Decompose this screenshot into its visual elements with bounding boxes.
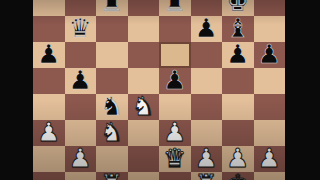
- square-d8[interactable]: [128, 0, 160, 16]
- piece-black-pawn[interactable]: ♟: [195, 15, 218, 41]
- square-a3[interactable]: ♟: [33, 120, 65, 146]
- square-g1[interactable]: ♚: [222, 172, 254, 180]
- square-a6[interactable]: ♟: [33, 42, 65, 68]
- piece-black-queen[interactable]: ♛: [69, 15, 92, 41]
- square-b1[interactable]: [65, 172, 97, 180]
- square-d3[interactable]: [128, 120, 160, 146]
- square-f1[interactable]: ♜: [191, 172, 223, 180]
- square-a1[interactable]: [33, 172, 65, 180]
- piece-black-pawn[interactable]: ♟: [226, 41, 249, 67]
- square-c8[interactable]: ♜: [96, 0, 128, 16]
- square-d6[interactable]: [128, 42, 160, 68]
- square-d7[interactable]: [128, 16, 160, 42]
- piece-black-knight[interactable]: ♞: [100, 93, 123, 119]
- square-e1[interactable]: [159, 172, 191, 180]
- square-b4[interactable]: [65, 94, 97, 120]
- square-f4[interactable]: [191, 94, 223, 120]
- square-b2[interactable]: ♟: [65, 146, 97, 172]
- piece-white-knight[interactable]: ♞: [100, 119, 123, 145]
- square-b7[interactable]: ♛: [65, 16, 97, 42]
- piece-white-queen[interactable]: ♛: [163, 145, 186, 171]
- piece-black-pawn[interactable]: ♟: [258, 41, 281, 67]
- piece-white-pawn[interactable]: ♟: [226, 145, 249, 171]
- square-e5[interactable]: ♟: [159, 68, 191, 94]
- piece-black-rook[interactable]: ♜: [163, 0, 186, 15]
- square-h6[interactable]: ♟: [254, 42, 286, 68]
- piece-white-pawn[interactable]: ♟: [195, 145, 218, 171]
- piece-white-rook[interactable]: ♜: [100, 171, 123, 180]
- piece-black-rook[interactable]: ♜: [100, 0, 123, 15]
- square-g4[interactable]: [222, 94, 254, 120]
- square-d4[interactable]: ♞: [128, 94, 160, 120]
- square-c3[interactable]: ♞: [96, 120, 128, 146]
- piece-white-pawn[interactable]: ♟: [258, 145, 281, 171]
- square-a2[interactable]: [33, 146, 65, 172]
- square-g6[interactable]: ♟: [222, 42, 254, 68]
- square-e8[interactable]: ♜: [159, 0, 191, 16]
- square-h4[interactable]: [254, 94, 286, 120]
- letterbox-left: [0, 0, 33, 180]
- square-g5[interactable]: [222, 68, 254, 94]
- square-c1[interactable]: ♜: [96, 172, 128, 180]
- square-h8[interactable]: [254, 0, 286, 16]
- square-d2[interactable]: [128, 146, 160, 172]
- square-f6[interactable]: [191, 42, 223, 68]
- square-d1[interactable]: [128, 172, 160, 180]
- square-f5[interactable]: [191, 68, 223, 94]
- piece-black-bishop[interactable]: ♝: [226, 15, 249, 41]
- letterbox-right: [285, 0, 320, 180]
- piece-black-pawn[interactable]: ♟: [37, 41, 60, 67]
- square-f7[interactable]: ♟: [191, 16, 223, 42]
- square-c6[interactable]: [96, 42, 128, 68]
- square-h1[interactable]: [254, 172, 286, 180]
- piece-white-rook[interactable]: ♜: [195, 171, 218, 180]
- square-c7[interactable]: [96, 16, 128, 42]
- chess-board: ♜♜♚♛♟♝♟♟♟♟♟♞♞♟♞♟♟♛♟♟♟♜♜♚: [33, 0, 285, 180]
- piece-white-pawn[interactable]: ♟: [69, 145, 92, 171]
- piece-black-pawn[interactable]: ♟: [163, 67, 186, 93]
- square-h2[interactable]: ♟: [254, 146, 286, 172]
- square-a5[interactable]: [33, 68, 65, 94]
- piece-black-pawn[interactable]: ♟: [69, 67, 92, 93]
- piece-white-pawn[interactable]: ♟: [37, 119, 60, 145]
- video-frame: ♜♜♚♛♟♝♟♟♟♟♟♞♞♟♞♟♟♛♟♟♟♜♜♚: [0, 0, 320, 180]
- square-a8[interactable]: [33, 0, 65, 16]
- square-e7[interactable]: [159, 16, 191, 42]
- square-e2[interactable]: ♛: [159, 146, 191, 172]
- piece-white-pawn[interactable]: ♟: [163, 119, 186, 145]
- piece-white-knight[interactable]: ♞: [132, 93, 155, 119]
- square-b5[interactable]: ♟: [65, 68, 97, 94]
- square-h5[interactable]: [254, 68, 286, 94]
- piece-white-king[interactable]: ♚: [226, 171, 249, 180]
